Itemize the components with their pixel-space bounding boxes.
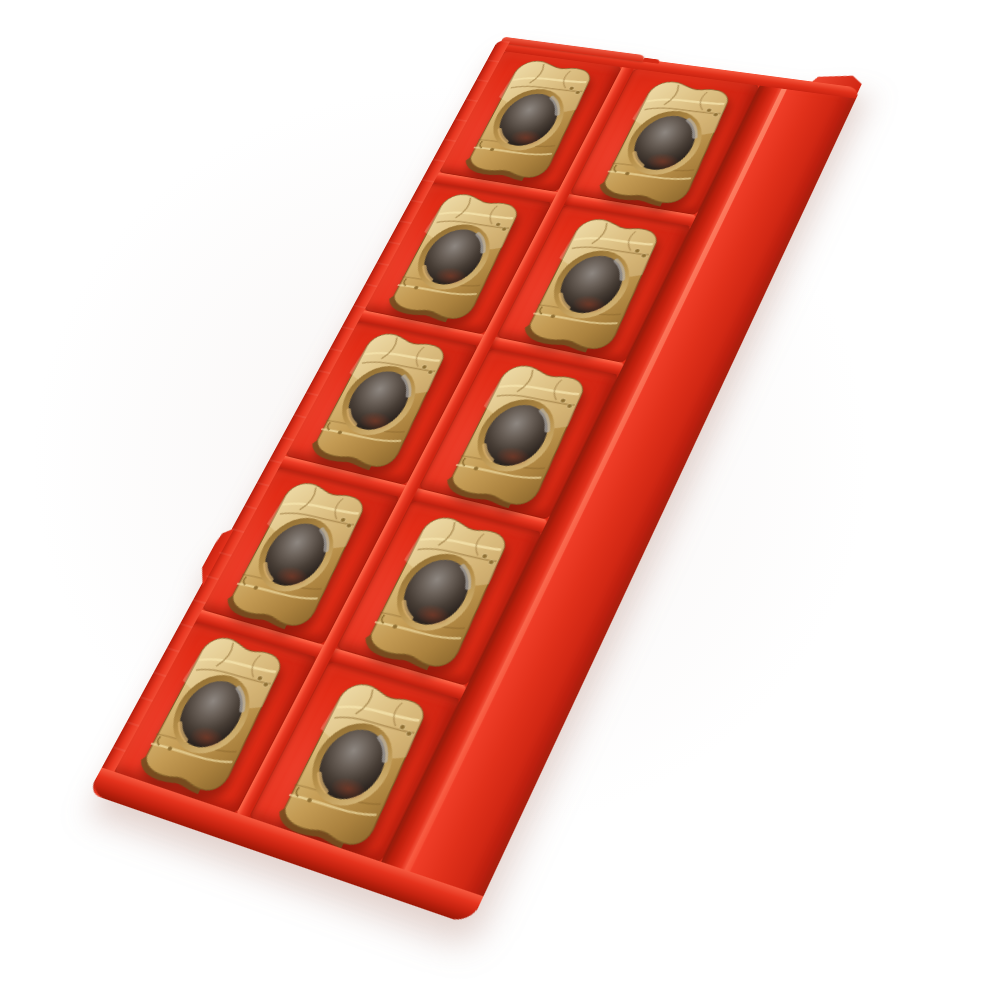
product-photo-scene <box>0 0 1001 1001</box>
